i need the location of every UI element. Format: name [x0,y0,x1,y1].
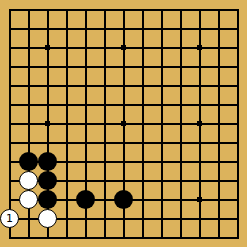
grid-line-vertical [104,38,106,57]
intersection[interactable] [190,152,209,171]
grid-line-vertical [47,19,49,38]
intersection[interactable] [76,19,95,38]
intersection[interactable] [228,114,247,133]
grid-line-vertical [218,171,220,190]
grid-line-vertical [180,95,182,114]
intersection[interactable] [19,190,38,209]
intersection[interactable] [190,114,209,133]
grid-line-vertical [85,95,87,114]
intersection[interactable] [133,171,152,190]
grid-line-vertical [237,57,239,76]
intersection[interactable] [133,38,152,57]
go-board: 1 [0,0,247,247]
grid-line-vertical [218,38,220,57]
intersection[interactable] [209,152,228,171]
intersection[interactable] [19,19,38,38]
intersection[interactable] [76,228,95,247]
grid-line-vertical [199,228,201,239]
intersection[interactable] [133,76,152,95]
grid-line-vertical [9,38,11,57]
grid-line-vertical [161,9,163,20]
intersection[interactable] [190,19,209,38]
intersection[interactable] [228,190,247,209]
grid-line-vertical [161,152,163,171]
intersection[interactable] [38,133,57,152]
intersection[interactable] [171,0,190,19]
grid-line-vertical [28,114,30,133]
intersection[interactable] [0,57,19,76]
intersection[interactable] [19,114,38,133]
intersection[interactable] [95,76,114,95]
intersection[interactable] [0,76,19,95]
black-stone [38,190,57,209]
intersection[interactable] [133,57,152,76]
intersection[interactable] [38,228,57,247]
star-point [121,45,126,50]
grid-line-vertical [104,76,106,95]
grid-line-vertical [161,209,163,228]
grid-line-vertical [9,95,11,114]
intersection[interactable] [19,0,38,19]
intersection[interactable] [38,0,57,19]
intersection[interactable] [133,0,152,19]
intersection[interactable] [19,76,38,95]
intersection[interactable] [190,171,209,190]
grid-line-vertical [28,209,30,228]
grid-line-vertical [161,190,163,209]
grid-line-vertical [218,9,220,20]
intersection[interactable] [76,152,95,171]
grid-line-vertical [142,95,144,114]
intersection[interactable] [152,76,171,95]
go-diagram: 1 [0,0,247,247]
intersection[interactable] [209,171,228,190]
grid-line-vertical [66,57,68,76]
intersection[interactable] [57,57,76,76]
grid-line-vertical [123,133,125,152]
grid-line-vertical [199,209,201,228]
intersection[interactable] [209,38,228,57]
intersection[interactable] [190,209,209,228]
intersection[interactable] [76,171,95,190]
grid-line-vertical [66,171,68,190]
intersection[interactable] [57,38,76,57]
intersection[interactable] [0,0,19,19]
intersection[interactable]: 1 [0,209,19,228]
intersection[interactable] [38,95,57,114]
star-point [45,121,50,126]
grid-line-vertical [47,9,49,20]
intersection[interactable] [152,114,171,133]
intersection[interactable] [19,38,38,57]
intersection[interactable] [209,133,228,152]
grid-line-vertical [161,133,163,152]
grid-line-vertical [66,95,68,114]
grid-line-vertical [218,95,220,114]
grid-line-vertical [104,190,106,209]
intersection[interactable] [133,209,152,228]
intersection[interactable] [171,228,190,247]
intersection[interactable] [190,38,209,57]
intersection[interactable] [152,171,171,190]
grid-line-vertical [66,133,68,152]
grid-line-vertical [85,114,87,133]
grid-line-vertical [237,19,239,38]
grid-line-vertical [161,171,163,190]
intersection[interactable] [152,152,171,171]
intersection[interactable] [228,171,247,190]
intersection[interactable] [114,209,133,228]
intersection[interactable] [171,190,190,209]
white-stone [38,209,57,228]
intersection[interactable] [114,76,133,95]
grid-line-vertical [66,114,68,133]
grid-line-vertical [66,38,68,57]
intersection[interactable] [152,95,171,114]
grid-line-vertical [104,133,106,152]
intersection[interactable] [19,152,38,171]
intersection[interactable] [171,95,190,114]
intersection[interactable] [95,171,114,190]
intersection[interactable] [152,19,171,38]
grid-line-vertical [161,76,163,95]
grid-line-vertical [66,228,68,239]
intersection[interactable] [190,228,209,247]
intersection[interactable] [38,57,57,76]
grid-line-vertical [180,9,182,20]
intersection[interactable] [95,133,114,152]
white-stone-move-1: 1 [0,209,19,228]
intersection[interactable] [95,114,114,133]
white-stone [19,171,38,190]
intersection[interactable] [171,133,190,152]
grid-line-vertical [237,152,239,171]
grid-line-vertical [218,76,220,95]
grid-line-vertical [123,171,125,190]
grid-line-vertical [28,38,30,57]
intersection[interactable] [95,0,114,19]
grid-line-vertical [237,190,239,209]
intersection[interactable] [209,114,228,133]
grid-line-vertical [47,228,49,239]
intersection[interactable] [171,209,190,228]
grid-line-vertical [218,133,220,152]
intersection[interactable] [0,133,19,152]
grid-line-vertical [142,171,144,190]
grid-line-vertical [237,228,239,239]
grid-line-vertical [142,228,144,239]
intersection[interactable] [114,114,133,133]
grid-line-vertical [123,76,125,95]
grid-line-vertical [218,190,220,209]
grid-line-vertical [85,209,87,228]
grid-line-vertical [66,209,68,228]
intersection[interactable] [57,0,76,19]
intersection[interactable] [190,190,209,209]
intersection[interactable] [171,114,190,133]
intersection[interactable] [228,95,247,114]
intersection[interactable] [228,133,247,152]
grid-line-vertical [123,57,125,76]
intersection[interactable] [209,209,228,228]
intersection[interactable] [209,57,228,76]
black-stone [38,152,57,171]
intersection[interactable] [133,152,152,171]
intersection[interactable] [152,209,171,228]
grid-line-vertical [142,152,144,171]
grid-line-vertical [28,133,30,152]
intersection[interactable] [57,133,76,152]
intersection[interactable] [95,95,114,114]
intersection[interactable] [209,0,228,19]
grid-line-vertical [237,38,239,57]
intersection[interactable] [228,209,247,228]
grid-line-vertical [142,190,144,209]
grid-line-vertical [199,133,201,152]
intersection[interactable] [228,228,247,247]
grid-line-vertical [123,9,125,20]
intersection[interactable] [0,152,19,171]
intersection[interactable] [228,0,247,19]
intersection[interactable] [152,0,171,19]
grid-line-vertical [180,228,182,239]
grid-line-vertical [161,95,163,114]
intersection[interactable] [19,95,38,114]
grid-line-vertical [104,228,106,239]
star-point [197,121,202,126]
intersection[interactable] [171,152,190,171]
black-stone [76,190,95,209]
intersection[interactable] [114,57,133,76]
grid-line-vertical [237,95,239,114]
intersection[interactable] [95,38,114,57]
intersection[interactable] [133,190,152,209]
grid-line-vertical [123,152,125,171]
intersection[interactable] [57,190,76,209]
intersection[interactable] [171,19,190,38]
intersection[interactable] [152,57,171,76]
intersection[interactable] [152,190,171,209]
intersection[interactable] [76,76,95,95]
grid-line-vertical [85,228,87,239]
intersection[interactable] [133,19,152,38]
intersection[interactable] [114,228,133,247]
grid-line-vertical [9,190,11,209]
intersection[interactable] [95,190,114,209]
star-point [45,45,50,50]
star-point [197,197,202,202]
intersection[interactable] [209,76,228,95]
intersection[interactable] [0,114,19,133]
intersection[interactable] [19,57,38,76]
intersection[interactable] [228,19,247,38]
intersection[interactable] [190,76,209,95]
intersection[interactable] [171,76,190,95]
intersection[interactable] [57,152,76,171]
grid-line-vertical [142,57,144,76]
intersection[interactable] [209,19,228,38]
grid-line-vertical [199,171,201,190]
intersection[interactable] [209,190,228,209]
grid-line-vertical [85,171,87,190]
intersection[interactable] [114,133,133,152]
intersection[interactable] [0,190,19,209]
grid-line-vertical [180,171,182,190]
grid-line-vertical [66,76,68,95]
intersection[interactable] [38,76,57,95]
intersection[interactable] [133,114,152,133]
grid-line-vertical [199,19,201,38]
intersection[interactable] [19,171,38,190]
grid-line-vertical [28,228,30,239]
grid-line-vertical [28,76,30,95]
intersection[interactable] [114,19,133,38]
intersection[interactable] [76,209,95,228]
intersection[interactable] [57,95,76,114]
grid-line-vertical [218,152,220,171]
grid-line-vertical [180,152,182,171]
grid-line-vertical [161,57,163,76]
intersection[interactable] [171,171,190,190]
intersection[interactable] [76,190,95,209]
grid-line-vertical [47,133,49,152]
intersection[interactable] [114,190,133,209]
grid-line-vertical [9,57,11,76]
grid-line-vertical [47,76,49,95]
move-number-label: 1 [6,213,13,224]
intersection[interactable] [171,57,190,76]
intersection[interactable] [57,114,76,133]
intersection[interactable] [190,0,209,19]
intersection[interactable] [76,95,95,114]
intersection[interactable] [228,152,247,171]
grid-line-vertical [142,133,144,152]
grid-line-vertical [142,38,144,57]
intersection[interactable] [95,228,114,247]
grid-line-vertical [47,95,49,114]
grid-line-vertical [180,133,182,152]
grid-line-vertical [237,9,239,20]
intersection[interactable] [19,133,38,152]
intersection[interactable] [0,19,19,38]
intersection[interactable] [76,57,95,76]
intersection[interactable] [152,228,171,247]
intersection[interactable] [38,38,57,57]
intersection[interactable] [190,57,209,76]
intersection[interactable] [114,171,133,190]
grid-line-vertical [237,76,239,95]
grid-line-vertical [104,19,106,38]
intersection[interactable] [0,171,19,190]
grid-line-vertical [180,209,182,228]
grid-line-vertical [9,19,11,38]
intersection[interactable] [190,133,209,152]
grid-line-vertical [66,19,68,38]
intersection[interactable] [133,133,152,152]
intersection[interactable] [0,38,19,57]
grid-line-vertical [104,114,106,133]
grid-line-vertical [85,76,87,95]
grid-line-vertical [142,76,144,95]
intersection[interactable] [171,38,190,57]
intersection[interactable] [190,95,209,114]
intersection[interactable] [95,209,114,228]
grid-line-vertical [104,57,106,76]
intersection[interactable] [133,228,152,247]
grid-line-vertical [9,76,11,95]
grid-line-vertical [28,19,30,38]
intersection[interactable] [38,171,57,190]
grid-line-vertical [199,9,201,20]
intersection[interactable] [152,38,171,57]
intersection[interactable] [38,190,57,209]
intersection[interactable] [209,95,228,114]
grid-line-vertical [85,19,87,38]
intersection[interactable] [57,228,76,247]
grid-line-vertical [104,209,106,228]
grid-line-vertical [142,9,144,20]
intersection[interactable] [38,152,57,171]
intersection[interactable] [76,114,95,133]
intersection[interactable] [228,57,247,76]
intersection[interactable] [133,95,152,114]
grid-line-vertical [85,57,87,76]
intersection[interactable] [209,228,228,247]
intersection[interactable] [228,38,247,57]
grid-line-vertical [28,57,30,76]
intersection[interactable] [57,19,76,38]
intersection[interactable] [19,228,38,247]
intersection[interactable] [57,171,76,190]
grid-line-vertical [199,76,201,95]
intersection[interactable] [57,209,76,228]
grid-line-vertical [123,95,125,114]
grid-line-vertical [85,9,87,20]
intersection[interactable] [76,38,95,57]
intersection[interactable] [19,209,38,228]
intersection[interactable] [114,38,133,57]
grid-line-vertical [218,228,220,239]
grid-line-vertical [9,171,11,190]
grid-line-vertical [9,228,11,239]
intersection[interactable] [114,0,133,19]
intersection[interactable] [114,95,133,114]
intersection[interactable] [38,209,57,228]
intersection[interactable] [152,133,171,152]
intersection[interactable] [76,133,95,152]
intersection[interactable] [95,57,114,76]
intersection[interactable] [0,95,19,114]
grid-line-vertical [218,19,220,38]
grid-line-vertical [142,114,144,133]
intersection[interactable] [38,114,57,133]
grid-line-vertical [180,57,182,76]
intersection[interactable] [95,19,114,38]
intersection[interactable] [0,228,19,247]
intersection[interactable] [95,152,114,171]
intersection[interactable] [76,0,95,19]
grid-line-vertical [9,9,11,20]
grid-line-vertical [47,57,49,76]
intersection[interactable] [38,19,57,38]
grid-line-vertical [180,190,182,209]
intersection[interactable] [57,76,76,95]
intersection[interactable] [114,152,133,171]
black-stone [19,152,38,171]
grid-line-vertical [161,38,163,57]
intersection[interactable] [228,76,247,95]
grid-line-vertical [161,228,163,239]
